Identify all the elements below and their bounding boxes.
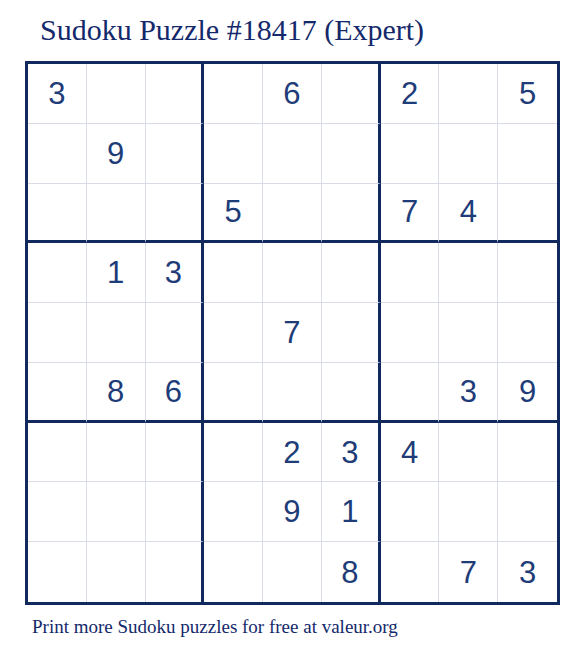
cell-r7c5: 2 — [263, 423, 322, 483]
cell-r7c1 — [28, 423, 87, 483]
cell-r1c1: 3 — [28, 64, 87, 124]
cell-r6c2: 8 — [87, 363, 146, 423]
cell-r5c6 — [322, 303, 381, 363]
cell-r9c6: 8 — [322, 542, 381, 602]
cell-r9c7 — [381, 542, 440, 602]
cell-r2c2: 9 — [87, 124, 146, 184]
cell-r1c4 — [204, 64, 263, 124]
page-title: Sudoku Puzzle #18417 (Expert) — [40, 13, 424, 47]
cell-r4c6 — [322, 243, 381, 303]
cell-r5c2 — [87, 303, 146, 363]
cell-r7c9 — [498, 423, 557, 483]
cell-r3c1 — [28, 184, 87, 244]
cell-r8c8 — [439, 482, 498, 542]
cell-r1c9: 5 — [498, 64, 557, 124]
cell-r5c3 — [146, 303, 205, 363]
cell-r1c6 — [322, 64, 381, 124]
cell-r2c1 — [28, 124, 87, 184]
cell-r9c8: 7 — [439, 542, 498, 602]
cell-r8c4 — [204, 482, 263, 542]
cell-r9c4 — [204, 542, 263, 602]
cell-r5c4 — [204, 303, 263, 363]
cell-r5c1 — [28, 303, 87, 363]
cell-r3c5 — [263, 184, 322, 244]
cell-r1c5: 6 — [263, 64, 322, 124]
cell-r2c9 — [498, 124, 557, 184]
cell-r4c2: 1 — [87, 243, 146, 303]
cell-r7c2 — [87, 423, 146, 483]
cell-r1c2 — [87, 64, 146, 124]
cell-r7c4 — [204, 423, 263, 483]
cell-r1c8 — [439, 64, 498, 124]
cell-r6c4 — [204, 363, 263, 423]
cell-r6c8: 3 — [439, 363, 498, 423]
cell-r2c4 — [204, 124, 263, 184]
cell-r9c1 — [28, 542, 87, 602]
cell-r3c3 — [146, 184, 205, 244]
cell-r5c5: 7 — [263, 303, 322, 363]
sudoku-grid: 36259574137863923491873 — [25, 61, 560, 605]
cell-r9c2 — [87, 542, 146, 602]
cell-r7c7: 4 — [381, 423, 440, 483]
cell-r3c2 — [87, 184, 146, 244]
cell-r2c3 — [146, 124, 205, 184]
cell-r9c3 — [146, 542, 205, 602]
cell-r1c3 — [146, 64, 205, 124]
cell-r7c6: 3 — [322, 423, 381, 483]
cell-r6c3: 6 — [146, 363, 205, 423]
cell-r3c7: 7 — [381, 184, 440, 244]
cell-r3c4: 5 — [204, 184, 263, 244]
cell-r9c9: 3 — [498, 542, 557, 602]
cell-r8c5: 9 — [263, 482, 322, 542]
cell-r8c2 — [87, 482, 146, 542]
cell-r2c6 — [322, 124, 381, 184]
cell-r3c6 — [322, 184, 381, 244]
cell-r7c3 — [146, 423, 205, 483]
cell-r5c9 — [498, 303, 557, 363]
cell-r4c5 — [263, 243, 322, 303]
cell-r5c8 — [439, 303, 498, 363]
cell-r2c8 — [439, 124, 498, 184]
cell-r3c9 — [498, 184, 557, 244]
cell-r4c1 — [28, 243, 87, 303]
cell-r4c9 — [498, 243, 557, 303]
cell-r1c7: 2 — [381, 64, 440, 124]
cell-r8c1 — [28, 482, 87, 542]
footer-text: Print more Sudoku puzzles for free at va… — [32, 616, 398, 638]
cell-r6c5 — [263, 363, 322, 423]
cell-r3c8: 4 — [439, 184, 498, 244]
cell-r6c1 — [28, 363, 87, 423]
cell-r8c3 — [146, 482, 205, 542]
cell-r8c9 — [498, 482, 557, 542]
cell-r4c4 — [204, 243, 263, 303]
cell-r2c5 — [263, 124, 322, 184]
cell-r5c7 — [381, 303, 440, 363]
cell-r8c7 — [381, 482, 440, 542]
cell-r6c7 — [381, 363, 440, 423]
cell-r6c6 — [322, 363, 381, 423]
cell-r4c3: 3 — [146, 243, 205, 303]
cell-r8c6: 1 — [322, 482, 381, 542]
cell-r4c8 — [439, 243, 498, 303]
cell-r7c8 — [439, 423, 498, 483]
cell-r2c7 — [381, 124, 440, 184]
cell-r9c5 — [263, 542, 322, 602]
cell-r4c7 — [381, 243, 440, 303]
cell-r6c9: 9 — [498, 363, 557, 423]
